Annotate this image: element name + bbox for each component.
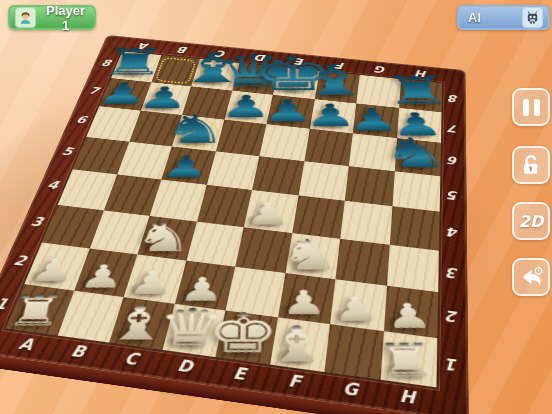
square-d3[interactable] [186,221,244,267]
app-window: ♜♝♛♚♝♜♟♟♟♟♟♟♟♞♞♟♟♞♞♟♟♟♟♟♟♟♜♝♛♚♝♜ AABBCCD… [0,0,552,414]
piece-black-rook-a8[interactable]: ♜ [98,45,169,79]
piece-white-king-e1[interactable]: ♚ [206,309,280,360]
piece-white-pawn-c2[interactable]: ♟ [127,269,175,299]
piece-white-knight-c3[interactable]: ♞ [132,219,195,257]
square-f2[interactable]: ♟ [278,273,336,324]
rank-label-right-4: 4 [443,223,462,240]
rank-label-left-4: 4 [41,177,64,193]
piece-white-bishop-f1[interactable]: ♝ [264,321,330,367]
piece-white-rook-h1[interactable]: ♜ [374,339,438,382]
rank-label-left-2: 2 [7,252,32,270]
scene: ♜♝♛♚♝♜♟♟♟♟♟♟♟♞♞♟♟♞♞♟♟♟♟♟♟♟♜♝♛♚♝♜ AABBCCD… [6,18,546,414]
square-d5[interactable] [206,151,259,190]
square-g4[interactable] [340,201,392,245]
square-a4[interactable] [58,169,117,210]
piece-white-pawn-d2[interactable]: ♟ [177,275,224,305]
square-g3[interactable] [335,238,389,285]
square-g2[interactable]: ♟ [330,279,386,330]
piece-white-pawn-a2[interactable]: ♟ [27,257,78,286]
square-h6[interactable]: ♞ [394,138,441,176]
piece-black-knight-h6[interactable]: ♞ [379,134,451,172]
piece-shadow [383,313,428,335]
square-d2[interactable]: ♟ [174,261,235,310]
file-label-bottom-D: D [172,355,198,377]
piece-shadow [25,267,71,287]
square-e4[interactable]: ♟ [244,190,298,233]
pause-button[interactable] [512,88,550,126]
rank-label-left-6: 6 [71,113,92,126]
lock-button[interactable] [512,146,550,184]
rank-label-right-5: 5 [444,187,462,203]
square-e2[interactable] [226,267,285,317]
player-avatar-icon [15,7,36,28]
robot-icon [522,7,543,28]
piece-shadow [74,273,120,294]
piece-shadow [330,306,375,328]
file-label-bottom-F: F [282,370,306,393]
player-black-name: AI [464,10,516,25]
lock-open-icon [519,153,543,177]
piece-white-knight-f3[interactable]: ♞ [280,236,341,275]
square-h1[interactable]: ♜ [380,331,437,388]
piece-shadow [110,324,158,347]
2d-view-button[interactable]: 2D [512,202,550,240]
piece-white-pawn-g2[interactable]: ♟ [332,294,380,325]
piece-shadow [138,239,182,258]
piece-white-pawn-h2[interactable]: ♟ [384,301,434,333]
piece-white-pawn-e4[interactable]: ♟ [245,200,292,229]
piece-shadow [216,338,263,361]
undo-arrow-icon [518,264,544,290]
square-d4[interactable] [197,185,252,227]
file-label-bottom-G: G [339,378,363,401]
square-c1[interactable]: ♝ [109,297,174,350]
square-b1[interactable] [57,290,124,342]
piece-white-queen-d1[interactable]: ♛ [154,305,226,352]
board-grid: ♜♝♛♚♝♜♟♟♟♟♟♟♟♞♞♟♟♞♞♟♟♟♟♟♟♟♜♝♛♚♝♜ [6,51,442,387]
piece-white-pawn-b2[interactable]: ♟ [77,263,126,292]
piece-shadow [285,257,328,277]
square-h3[interactable] [386,244,438,292]
piece-black-knight-c6[interactable]: ♞ [161,111,229,147]
square-h4[interactable] [389,206,439,250]
rank-label-right-2: 2 [442,306,463,326]
square-a3[interactable] [42,204,104,248]
player-white-plate: Player 1 [8,5,96,30]
piece-shadow [6,311,54,333]
square-a2[interactable]: ♟ [25,242,90,290]
square-h5[interactable] [392,171,440,212]
piece-shadow [270,345,317,369]
square-c6[interactable]: ♞ [172,115,224,151]
square-c5[interactable]: ♟ [161,146,215,185]
square-f3[interactable]: ♞ [285,233,340,280]
square-d1[interactable]: ♛ [162,303,226,357]
square-h2[interactable]: ♟ [383,286,438,338]
pause-icon [523,99,540,116]
file-label-bottom-C: C [118,348,144,370]
piece-shadow [124,280,170,301]
square-f5[interactable] [298,161,349,201]
square-e1[interactable]: ♚ [215,310,277,365]
square-e6[interactable] [259,124,309,161]
file-label-bottom-A: A [12,334,39,355]
piece-shadow [278,299,323,321]
square-c3[interactable]: ♞ [137,216,196,261]
rank-label-right-1: 1 [442,353,464,375]
rank-label-right-3: 3 [443,263,463,282]
piece-shadow [244,212,286,230]
square-g1[interactable] [324,324,383,380]
square-f1[interactable]: ♝ [269,317,330,372]
undo-button[interactable] [512,258,550,296]
square-c2[interactable]: ♟ [124,254,186,303]
player-white-name: Player 1 [42,3,89,33]
chess-board: ♜♝♛♚♝♜♟♟♟♟♟♟♟♞♞♟♟♞♞♟♟♟♟♟♟♟♜♝♛♚♝♜ AABBCCD… [0,35,469,414]
piece-black-pawn-c5[interactable]: ♟ [160,153,210,181]
rank-label-left-5: 5 [57,144,79,158]
piece-white-pawn-f2[interactable]: ♟ [281,288,327,319]
rank-label-left-3: 3 [25,213,49,230]
file-label-bottom-E: E [227,363,252,386]
square-b2[interactable]: ♟ [74,248,137,296]
square-e5[interactable] [252,156,304,195]
rank-label-right-7: 7 [445,121,462,135]
square-f6[interactable] [304,129,353,166]
piece-shadow [380,360,427,384]
file-label-bottom-B: B [65,341,92,363]
2d-label: 2D [519,212,543,231]
square-a1[interactable]: ♜ [6,284,74,336]
piece-white-bishop-c1[interactable]: ♝ [103,301,172,345]
piece-shadow [162,331,210,354]
player-black-plate: AI [457,5,550,30]
piece-shadow [175,286,221,307]
file-label-bottom-H: H [396,385,419,409]
